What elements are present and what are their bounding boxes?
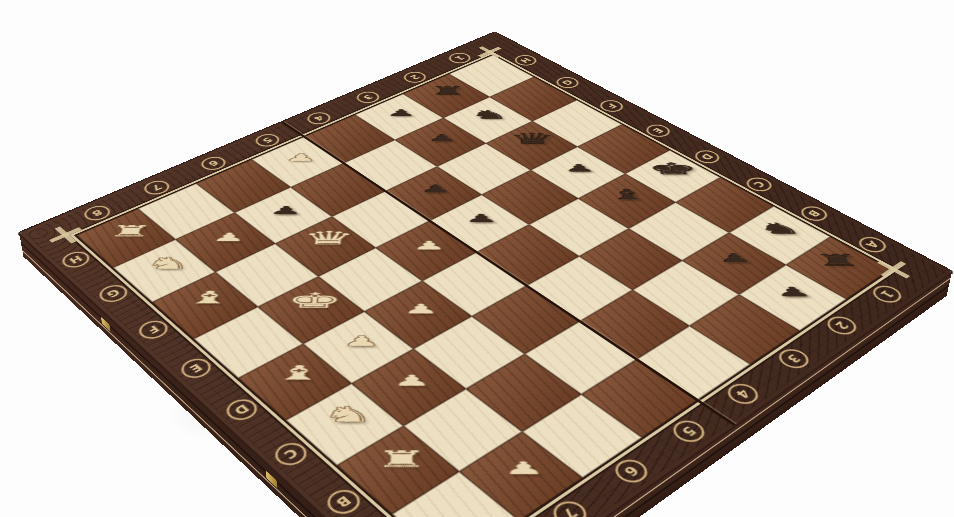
square-a4[interactable]: [637, 326, 750, 400]
square-a3[interactable]: [689, 295, 799, 365]
black-pawn-glyph: ♟: [366, 108, 436, 118]
file-label-left: F: [134, 317, 173, 342]
black-knight-glyph: ♞: [739, 221, 822, 237]
square-c8[interactable]: [286, 383, 404, 465]
file-label-left: G: [95, 282, 133, 306]
rank-label-bottom: 7: [547, 497, 593, 517]
square-b8[interactable]: [337, 426, 459, 514]
square-a6[interactable]: [522, 394, 642, 477]
rank-label-top: 1: [445, 51, 475, 66]
square-c7[interactable]: [352, 349, 466, 426]
square-a7[interactable]: [459, 432, 582, 517]
rank-label-bottom: 3: [773, 346, 814, 373]
file-label-right: F: [596, 98, 628, 114]
white-pawn-glyph: ♟: [188, 231, 269, 243]
square-e6[interactable]: [318, 248, 422, 312]
square-d7[interactable]: [303, 312, 413, 384]
file-label-left: D: [221, 395, 263, 424]
rank-label-bottom: 1: [868, 282, 907, 306]
square-c4[interactable]: [527, 256, 633, 321]
square-c6[interactable]: [413, 316, 524, 389]
black-pawn-glyph: ♟: [407, 133, 479, 143]
rank-label-top: 2: [400, 70, 431, 85]
file-label-right: E: [642, 122, 675, 139]
file-label-right: G: [552, 75, 583, 90]
black-rook-glyph: ♜: [414, 85, 482, 97]
file-label-left: B: [321, 485, 366, 517]
rank-label-bottom: 2: [822, 313, 862, 338]
rank-label-top: 3: [352, 89, 383, 105]
black-pawn-glyph: ♟: [542, 163, 617, 174]
square-b5[interactable]: [525, 321, 637, 394]
rank-label-bottom: 6: [609, 455, 654, 487]
black-knight-glyph: ♞: [455, 109, 525, 121]
square-f8[interactable]: [152, 272, 258, 339]
rank-label-bottom: 4: [722, 380, 764, 408]
square-d5[interactable]: [422, 252, 527, 316]
square-b4[interactable]: [580, 290, 689, 359]
black-queen-glyph: ♛: [497, 131, 570, 147]
file-label-left: C: [269, 439, 312, 470]
chess-board: HH88GG77FF66EE55DD44CC33BB22AA11 ♜♞♝♝♞♜♟…: [19, 32, 952, 517]
black-pawn-glyph: ♟: [443, 212, 521, 224]
white-queen-glyph: ♛: [288, 228, 369, 247]
file-label-right: H: [511, 53, 541, 68]
white-pawn-glyph: ♟: [263, 152, 337, 162]
black-pawn-glyph: ♟: [247, 205, 326, 217]
board-grid: [77, 55, 891, 517]
white-pawn-glyph: ♟: [389, 239, 469, 251]
white-rook-glyph: ♜: [88, 223, 171, 239]
square-d8[interactable]: [238, 344, 351, 420]
black-bishop-glyph: ♝: [589, 187, 667, 202]
square-a5[interactable]: [581, 359, 697, 437]
rank-label-bottom: 5: [667, 416, 710, 446]
square-e8[interactable]: [194, 307, 303, 378]
square-a2[interactable]: [739, 265, 846, 331]
black-pawn-glyph: ♟: [398, 183, 474, 194]
black-king-glyph: ♚: [635, 160, 713, 177]
photo-scene: HH88GG77FF66EE55DD44CC33BB22AA11 ♜♞♝♝♞♜♟…: [0, 0, 954, 517]
file-label-left: H: [58, 249, 94, 271]
square-d6[interactable]: [364, 281, 471, 349]
file-label-left: E: [176, 355, 216, 382]
square-f7[interactable]: [215, 244, 318, 307]
square-b7[interactable]: [403, 389, 522, 472]
square-a8[interactable]: [392, 472, 519, 517]
square-c5[interactable]: [472, 285, 580, 354]
square-b3[interactable]: [633, 261, 739, 326]
square-b6[interactable]: [466, 354, 581, 432]
square-e7[interactable]: [258, 276, 365, 343]
